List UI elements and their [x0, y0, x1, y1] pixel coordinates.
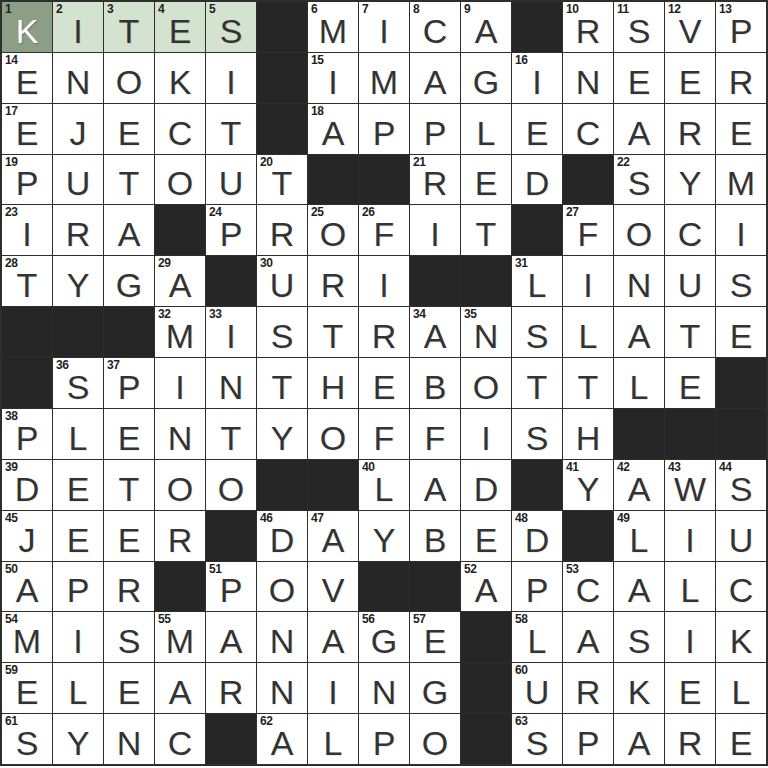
cell-letter: C	[665, 217, 715, 251]
block-cell-r10c7	[308, 460, 358, 510]
cell-letter: L	[53, 421, 103, 455]
cell-r2c3[interactable]: O	[104, 53, 154, 103]
cell-r3c11[interactable]: E	[512, 104, 562, 154]
cell-letter: I	[716, 217, 766, 251]
cell-r8c8[interactable]: E	[359, 358, 409, 408]
cell-letter: N	[614, 268, 664, 302]
cell-r13c15[interactable]: K	[716, 612, 766, 662]
cell-r8c3[interactable]: 37P	[104, 358, 154, 408]
block-cell-r6c5	[206, 256, 256, 306]
block-cell-r2c6	[257, 53, 307, 103]
cell-r7c13[interactable]: A	[614, 307, 664, 357]
cell-r13c3[interactable]: S	[104, 612, 154, 662]
cell-r7c10[interactable]: 35N	[461, 307, 511, 357]
cell-r10c1[interactable]: 39D	[2, 460, 52, 510]
cell-r13c13[interactable]: S	[614, 612, 664, 662]
cell-letter: A	[614, 116, 664, 150]
cell-letter: W	[665, 472, 715, 506]
cell-letter: R	[53, 217, 103, 251]
cell-r11c6[interactable]: 46D	[257, 511, 307, 561]
cell-r9c1[interactable]: 38P	[2, 409, 52, 459]
cell-r8c6[interactable]: T	[257, 358, 307, 408]
cell-letter: T	[665, 319, 715, 353]
cell-letter: C	[563, 116, 613, 150]
cell-letter: P	[410, 116, 460, 150]
cell-r2c10[interactable]: G	[461, 53, 511, 103]
cell-r1c14[interactable]: 12V	[665, 2, 715, 52]
cell-r12c7[interactable]: V	[308, 562, 358, 612]
cell-letter: S	[53, 370, 103, 404]
block-cell-r10c11	[512, 460, 562, 510]
cell-r13c6[interactable]: N	[257, 612, 307, 662]
cell-r7c6[interactable]: S	[257, 307, 307, 357]
cell-letter: S	[716, 268, 766, 302]
cell-r11c7[interactable]: 47A	[308, 511, 358, 561]
cell-r3c8[interactable]: P	[359, 104, 409, 154]
cell-r8c14[interactable]: E	[665, 358, 715, 408]
cell-letter: G	[461, 65, 511, 99]
cell-r5c13[interactable]: O	[614, 205, 664, 255]
cell-r2c1[interactable]: 14E	[2, 53, 52, 103]
cell-r5c8[interactable]: 26F	[359, 205, 409, 255]
cell-r9c11[interactable]: S	[512, 409, 562, 459]
cell-letter: E	[665, 675, 715, 709]
cell-r10c3[interactable]: T	[104, 460, 154, 510]
cell-r11c1[interactable]: 45J	[2, 511, 52, 561]
cell-r9c5[interactable]: T	[206, 409, 256, 459]
cell-r2c11[interactable]: 16I	[512, 53, 562, 103]
cell-r15c2[interactable]: Y	[53, 714, 103, 764]
cell-r10c8[interactable]: 40L	[359, 460, 409, 510]
cell-r8c13[interactable]: L	[614, 358, 664, 408]
cell-r12c11[interactable]: P	[512, 562, 562, 612]
cell-r15c15[interactable]: E	[716, 714, 766, 764]
cell-r6c6[interactable]: 30U	[257, 256, 307, 306]
cell-r10c14[interactable]: 43W	[665, 460, 715, 510]
cell-letter: S	[614, 624, 664, 658]
cell-letter: A	[614, 726, 664, 760]
cell-r5c1[interactable]: 23I	[2, 205, 52, 255]
cell-r7c4[interactable]: 32M	[155, 307, 205, 357]
cell-r15c4[interactable]: C	[155, 714, 205, 764]
cell-letter: Y	[563, 472, 613, 506]
cell-r6c13[interactable]: N	[614, 256, 664, 306]
cell-r13c8[interactable]: 56G	[359, 612, 409, 662]
cell-r5c14[interactable]: C	[665, 205, 715, 255]
cell-r2c4[interactable]: K	[155, 53, 205, 103]
cell-r4c11[interactable]: D	[512, 155, 562, 205]
cell-r10c4[interactable]: O	[155, 460, 205, 510]
cell-r13c2[interactable]: I	[53, 612, 103, 662]
cell-r14c1[interactable]: 59E	[2, 663, 52, 713]
cell-r9c7[interactable]: O	[308, 409, 358, 459]
cell-r11c3[interactable]: E	[104, 511, 154, 561]
cell-r11c4[interactable]: R	[155, 511, 205, 561]
cell-letter: D	[461, 472, 511, 506]
cell-letter: S	[206, 14, 256, 48]
cell-r14c7[interactable]: I	[308, 663, 358, 713]
cell-r13c11[interactable]: 58L	[512, 612, 562, 662]
cell-letter: L	[512, 268, 562, 302]
cell-letter: O	[461, 370, 511, 404]
cell-r15c13[interactable]: A	[614, 714, 664, 764]
cell-r4c10[interactable]: E	[461, 155, 511, 205]
cell-r11c13[interactable]: 49L	[614, 511, 664, 561]
cell-r15c8[interactable]: P	[359, 714, 409, 764]
cell-r8c5[interactable]: N	[206, 358, 256, 408]
cell-r1c9[interactable]: 8C	[410, 2, 460, 52]
cell-letter: N	[257, 675, 307, 709]
cell-r15c11[interactable]: 63S	[512, 714, 562, 764]
cell-r11c15[interactable]: U	[716, 511, 766, 561]
cell-r2c2[interactable]: N	[53, 53, 103, 103]
cell-r6c7[interactable]: R	[308, 256, 358, 306]
cell-r7c12[interactable]: L	[563, 307, 613, 357]
cell-r2c14[interactable]: E	[665, 53, 715, 103]
cell-letter: E	[461, 166, 511, 200]
cell-r1c8[interactable]: 7I	[359, 2, 409, 52]
cell-r2c7[interactable]: 15I	[308, 53, 358, 103]
cell-letter: A	[410, 472, 460, 506]
cell-r8c12[interactable]: T	[563, 358, 613, 408]
cell-letter: I	[359, 268, 409, 302]
cell-r2c9[interactable]: A	[410, 53, 460, 103]
cell-letter: P	[2, 166, 52, 200]
cell-r12c13[interactable]: A	[614, 562, 664, 612]
cell-r14c14[interactable]: E	[665, 663, 715, 713]
cell-r6c4[interactable]: 29A	[155, 256, 205, 306]
cell-r12c14[interactable]: L	[665, 562, 715, 612]
cell-r1c13[interactable]: 11S	[614, 2, 664, 52]
cell-letter: U	[512, 675, 562, 709]
cell-r14c13[interactable]: K	[614, 663, 664, 713]
cell-r10c13[interactable]: 42A	[614, 460, 664, 510]
cell-r13c1[interactable]: 54M	[2, 612, 52, 662]
cell-r14c6[interactable]: N	[257, 663, 307, 713]
cell-r8c10[interactable]: O	[461, 358, 511, 408]
cell-r14c4[interactable]: A	[155, 663, 205, 713]
crossword-grid: 1K2I3T4E5S6M7I8C9A10R11S12V13P14ENOKI15I…	[0, 0, 768, 766]
cell-letter: E	[614, 65, 664, 99]
block-cell-r7c2	[53, 307, 103, 357]
cell-letter: C	[410, 14, 460, 48]
cell-r11c8[interactable]: Y	[359, 511, 409, 561]
cell-r14c11[interactable]: 60U	[512, 663, 562, 713]
cell-letter: M	[155, 624, 205, 658]
cell-r15c6[interactable]: 62A	[257, 714, 307, 764]
block-cell-r4c12	[563, 155, 613, 205]
cell-r7c7[interactable]: T	[308, 307, 358, 357]
cell-r6c3[interactable]: G	[104, 256, 154, 306]
cell-letter: D	[2, 472, 52, 506]
cell-r8c11[interactable]: T	[512, 358, 562, 408]
cell-r4c13[interactable]: 22S	[614, 155, 664, 205]
cell-r1c15[interactable]: 13P	[716, 2, 766, 52]
cell-letter: F	[410, 421, 460, 455]
cell-letter: F	[359, 421, 409, 455]
cell-r13c7[interactable]: A	[308, 612, 358, 662]
cell-r3c9[interactable]: P	[410, 104, 460, 154]
cell-r14c12[interactable]: R	[563, 663, 613, 713]
cell-letter: Y	[665, 166, 715, 200]
cell-r12c15[interactable]: C	[716, 562, 766, 612]
cell-r9c8[interactable]: F	[359, 409, 409, 459]
cell-r6c11[interactable]: 31L	[512, 256, 562, 306]
cell-r3c15[interactable]: E	[716, 104, 766, 154]
cell-r5c3[interactable]: A	[104, 205, 154, 255]
cell-letter: N	[53, 65, 103, 99]
cell-r11c11[interactable]: 48D	[512, 511, 562, 561]
cell-r9c9[interactable]: F	[410, 409, 460, 459]
cell-r5c9[interactable]: I	[410, 205, 460, 255]
block-cell-r12c9	[410, 562, 460, 612]
cell-r15c12[interactable]: P	[563, 714, 613, 764]
cell-r7c15[interactable]: E	[716, 307, 766, 357]
cell-r14c2[interactable]: L	[53, 663, 103, 713]
cell-r4c14[interactable]: Y	[665, 155, 715, 205]
cell-r3c1[interactable]: 17E	[2, 104, 52, 154]
cell-r5c7[interactable]: 25O	[308, 205, 358, 255]
cell-r11c10[interactable]: E	[461, 511, 511, 561]
cell-letter: K	[155, 65, 205, 99]
cell-r12c5[interactable]: 51P	[206, 562, 256, 612]
cell-r9c2[interactable]: L	[53, 409, 103, 459]
cell-r3c3[interactable]: E	[104, 104, 154, 154]
cell-r15c1[interactable]: 61S	[2, 714, 52, 764]
cell-letter: A	[206, 624, 256, 658]
cell-letter: T	[308, 319, 358, 353]
cell-r14c9[interactable]: G	[410, 663, 460, 713]
cell-r7c9[interactable]: 34A	[410, 307, 460, 357]
cell-letter: H	[563, 421, 613, 455]
cell-letter: I	[665, 523, 715, 557]
cell-r9c4[interactable]: N	[155, 409, 205, 459]
cell-letter: Y	[257, 421, 307, 455]
cell-letter: S	[104, 624, 154, 658]
cell-r4c4[interactable]: O	[155, 155, 205, 205]
cell-r10c2[interactable]: E	[53, 460, 103, 510]
cell-letter: P	[716, 14, 766, 48]
block-cell-r15c5	[206, 714, 256, 764]
cell-r4c2[interactable]: U	[53, 155, 103, 205]
cell-r4c5[interactable]: U	[206, 155, 256, 205]
block-cell-r12c8	[359, 562, 409, 612]
cell-r4c3[interactable]: T	[104, 155, 154, 205]
cell-r14c15[interactable]: L	[716, 663, 766, 713]
block-cell-r14c10	[461, 663, 511, 713]
cell-letter: E	[410, 624, 460, 658]
cell-letter: E	[155, 14, 205, 48]
cell-r12c1[interactable]: 50A	[2, 562, 52, 612]
cell-r6c15[interactable]: S	[716, 256, 766, 306]
cell-letter: R	[206, 675, 256, 709]
cell-r3c12[interactable]: C	[563, 104, 613, 154]
cell-letter: S	[257, 319, 307, 353]
cell-letter: L	[716, 675, 766, 709]
cell-r4c9[interactable]: 21R	[410, 155, 460, 205]
cell-r1c3[interactable]: 3T	[104, 2, 154, 52]
cell-r3c7[interactable]: 18A	[308, 104, 358, 154]
block-cell-r6c9	[410, 256, 460, 306]
block-cell-r13c10	[461, 612, 511, 662]
cell-letter: U	[257, 268, 307, 302]
cell-letter: I	[206, 319, 256, 353]
cell-r3c4[interactable]: C	[155, 104, 205, 154]
cell-r5c6[interactable]: R	[257, 205, 307, 255]
cell-r4c6[interactable]: 20T	[257, 155, 307, 205]
cell-letter: I	[512, 65, 562, 99]
cell-r15c7[interactable]: L	[308, 714, 358, 764]
cell-r8c2[interactable]: 36S	[53, 358, 103, 408]
cell-r11c14[interactable]: I	[665, 511, 715, 561]
cell-letter: G	[359, 624, 409, 658]
cell-r2c12[interactable]: N	[563, 53, 613, 103]
cell-r6c14[interactable]: U	[665, 256, 715, 306]
cell-r12c12[interactable]: 53C	[563, 562, 613, 612]
cell-letter: C	[563, 573, 613, 607]
cell-letter: O	[410, 726, 460, 760]
cell-letter: I	[308, 65, 358, 99]
cell-r5c12[interactable]: 27F	[563, 205, 613, 255]
cell-letter: R	[410, 166, 460, 200]
cell-r5c15[interactable]: I	[716, 205, 766, 255]
cell-r12c2[interactable]: P	[53, 562, 103, 612]
cell-letter: E	[2, 675, 52, 709]
cell-r10c5[interactable]: O	[206, 460, 256, 510]
cell-r10c10[interactable]: D	[461, 460, 511, 510]
cell-r13c4[interactable]: 55M	[155, 612, 205, 662]
cell-r12c10[interactable]: 52A	[461, 562, 511, 612]
cell-letter: S	[512, 726, 562, 760]
cell-r13c14[interactable]: I	[665, 612, 715, 662]
cell-letter: Y	[359, 523, 409, 557]
block-cell-r5c11	[512, 205, 562, 255]
cell-letter: N	[206, 370, 256, 404]
cell-letter: P	[104, 370, 154, 404]
cell-r2c5[interactable]: I	[206, 53, 256, 103]
cell-r2c15[interactable]: R	[716, 53, 766, 103]
cell-r8c9[interactable]: B	[410, 358, 460, 408]
cell-r9c10[interactable]: I	[461, 409, 511, 459]
cell-r6c12[interactable]: I	[563, 256, 613, 306]
cell-r1c10[interactable]: 9A	[461, 2, 511, 52]
cell-r1c2[interactable]: 2I	[53, 2, 103, 52]
cell-letter: S	[2, 726, 52, 760]
cell-letter: I	[2, 217, 52, 251]
cell-r14c3[interactable]: E	[104, 663, 154, 713]
cell-r10c12[interactable]: 41Y	[563, 460, 613, 510]
cell-r12c6[interactable]: O	[257, 562, 307, 612]
cell-letter: R	[716, 65, 766, 99]
cell-r1c4[interactable]: 4E	[155, 2, 205, 52]
cell-r15c9[interactable]: O	[410, 714, 460, 764]
cell-r4c15[interactable]: M	[716, 155, 766, 205]
cell-letter: S	[512, 319, 562, 353]
cell-r3c14[interactable]: R	[665, 104, 715, 154]
cell-r7c14[interactable]: T	[665, 307, 715, 357]
cell-letter: B	[410, 370, 460, 404]
cell-r13c12[interactable]: A	[563, 612, 613, 662]
cell-r9c6[interactable]: Y	[257, 409, 307, 459]
cell-r6c2[interactable]: Y	[53, 256, 103, 306]
cell-r5c10[interactable]: T	[461, 205, 511, 255]
cell-r1c12[interactable]: 10R	[563, 2, 613, 52]
cell-letter: A	[563, 624, 613, 658]
cell-r8c7[interactable]: H	[308, 358, 358, 408]
cell-letter: O	[155, 166, 205, 200]
cell-r7c11[interactable]: S	[512, 307, 562, 357]
cell-r3c5[interactable]: T	[206, 104, 256, 154]
cell-letter: E	[716, 726, 766, 760]
cell-r1c7[interactable]: 6M	[308, 2, 358, 52]
cell-letter: P	[563, 726, 613, 760]
cell-r12c3[interactable]: R	[104, 562, 154, 612]
cell-letter: K	[2, 14, 52, 48]
cell-r6c1[interactable]: 28T	[2, 256, 52, 306]
cell-r15c3[interactable]: N	[104, 714, 154, 764]
cell-r2c8[interactable]: M	[359, 53, 409, 103]
cell-letter: A	[308, 523, 358, 557]
cell-letter: R	[257, 217, 307, 251]
block-cell-r4c7	[308, 155, 358, 205]
cell-letter: N	[257, 624, 307, 658]
cell-r10c9[interactable]: A	[410, 460, 460, 510]
cell-letter: I	[53, 624, 103, 658]
cell-letter: V	[665, 14, 715, 48]
cell-r9c3[interactable]: E	[104, 409, 154, 459]
cell-r4c1[interactable]: 19P	[2, 155, 52, 205]
cell-r13c5[interactable]: A	[206, 612, 256, 662]
cell-letter: A	[614, 472, 664, 506]
cell-r13c9[interactable]: 57E	[410, 612, 460, 662]
cell-r3c2[interactable]: J	[53, 104, 103, 154]
cell-r7c8[interactable]: R	[359, 307, 409, 357]
cell-r3c10[interactable]: L	[461, 104, 511, 154]
cell-r15c14[interactable]: R	[665, 714, 715, 764]
cell-letter: M	[359, 65, 409, 99]
cell-r5c5[interactable]: 24P	[206, 205, 256, 255]
cell-letter: J	[53, 116, 103, 150]
cell-r1c1[interactable]: 1K	[2, 2, 52, 52]
cell-r2c13[interactable]: E	[614, 53, 664, 103]
cell-r1c5[interactable]: 5S	[206, 2, 256, 52]
cell-r7c5[interactable]: 33I	[206, 307, 256, 357]
cell-r8c4[interactable]: I	[155, 358, 205, 408]
cell-letter: T	[563, 370, 613, 404]
cell-letter: I	[155, 370, 205, 404]
cell-letter: R	[665, 116, 715, 150]
cell-r14c5[interactable]: R	[206, 663, 256, 713]
cell-letter: A	[410, 319, 460, 353]
cell-r11c9[interactable]: B	[410, 511, 460, 561]
cell-r9c12[interactable]: H	[563, 409, 613, 459]
cell-letter: P	[359, 116, 409, 150]
cell-letter: A	[614, 573, 664, 607]
cell-letter: V	[308, 573, 358, 607]
cell-r6c8[interactable]: I	[359, 256, 409, 306]
cell-letter: C	[716, 573, 766, 607]
cell-r5c2[interactable]: R	[53, 205, 103, 255]
cell-letter: F	[359, 217, 409, 251]
block-cell-r9c15	[716, 409, 766, 459]
cell-letter: O	[155, 472, 205, 506]
cell-r10c15[interactable]: 44S	[716, 460, 766, 510]
cell-letter: T	[104, 14, 154, 48]
cell-r3c13[interactable]: A	[614, 104, 664, 154]
cell-r14c8[interactable]: N	[359, 663, 409, 713]
cell-r11c2[interactable]: E	[53, 511, 103, 561]
cell-letter: E	[665, 370, 715, 404]
